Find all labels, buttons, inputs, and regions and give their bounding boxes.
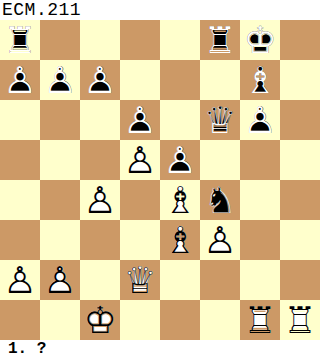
square-a8[interactable]: ♜♖ (0, 20, 40, 60)
white-king[interactable]: ♚♔ (80, 300, 120, 340)
square-a6[interactable] (0, 100, 40, 140)
piece-outline: ♗ (160, 180, 200, 220)
square-g8[interactable]: ♚♔ (240, 20, 280, 60)
black-pawn[interactable]: ♟♙ (40, 60, 80, 100)
square-a4[interactable] (0, 180, 40, 220)
piece-outline: ♗ (240, 60, 280, 100)
piece-outline: ♙ (120, 100, 160, 140)
square-g2[interactable] (240, 260, 280, 300)
square-g6[interactable]: ♟♙ (240, 100, 280, 140)
square-b5[interactable] (40, 140, 80, 180)
white-rook[interactable]: ♜♖ (280, 300, 320, 340)
piece-outline: ♕ (200, 100, 240, 140)
white-rook[interactable]: ♜♖ (240, 300, 280, 340)
black-king[interactable]: ♚♔ (240, 20, 280, 60)
square-f4[interactable]: ♞♘ (200, 180, 240, 220)
black-pawn[interactable]: ♟♙ (80, 60, 120, 100)
square-e1[interactable] (160, 300, 200, 340)
square-d4[interactable] (120, 180, 160, 220)
white-pawn[interactable]: ♟♙ (0, 260, 40, 300)
piece-outline: ♙ (40, 260, 80, 300)
piece-outline: ♙ (80, 180, 120, 220)
square-b1[interactable] (40, 300, 80, 340)
square-c5[interactable] (80, 140, 120, 180)
square-g4[interactable] (240, 180, 280, 220)
square-d7[interactable] (120, 60, 160, 100)
piece-outline: ♖ (200, 20, 240, 60)
square-h5[interactable] (280, 140, 320, 180)
piece-outline: ♙ (120, 140, 160, 180)
square-c4[interactable]: ♟♙ (80, 180, 120, 220)
square-b7[interactable]: ♟♙ (40, 60, 80, 100)
white-bishop[interactable]: ♝♗ (160, 180, 200, 220)
white-pawn[interactable]: ♟♙ (40, 260, 80, 300)
square-h2[interactable] (280, 260, 320, 300)
black-rook[interactable]: ♜♖ (200, 20, 240, 60)
square-e5[interactable]: ♟♙ (160, 140, 200, 180)
square-e6[interactable] (160, 100, 200, 140)
square-f2[interactable] (200, 260, 240, 300)
square-b3[interactable] (40, 220, 80, 260)
white-pawn[interactable]: ♟♙ (120, 140, 160, 180)
square-a7[interactable]: ♟♙ (0, 60, 40, 100)
square-g1[interactable]: ♜♖ (240, 300, 280, 340)
square-f6[interactable]: ♛♕ (200, 100, 240, 140)
square-d3[interactable] (120, 220, 160, 260)
square-c7[interactable]: ♟♙ (80, 60, 120, 100)
chess-diagram: ECM.211 ♜♖♜♖♚♔♟♙♟♙♟♙♝♗♟♙♛♕♟♙♟♙♟♙♟♙♝♗♞♘♝♗… (0, 0, 320, 360)
square-b2[interactable]: ♟♙ (40, 260, 80, 300)
black-bishop[interactable]: ♝♗ (240, 60, 280, 100)
square-g5[interactable] (240, 140, 280, 180)
square-e4[interactable]: ♝♗ (160, 180, 200, 220)
square-g3[interactable] (240, 220, 280, 260)
square-e7[interactable] (160, 60, 200, 100)
chess-board: ♜♖♜♖♚♔♟♙♟♙♟♙♝♗♟♙♛♕♟♙♟♙♟♙♟♙♝♗♞♘♝♗♟♙♟♙♟♙♛♕… (0, 20, 320, 340)
square-d5[interactable]: ♟♙ (120, 140, 160, 180)
piece-outline: ♖ (0, 20, 40, 60)
square-f3[interactable]: ♟♙ (200, 220, 240, 260)
piece-outline: ♘ (200, 180, 240, 220)
square-f1[interactable] (200, 300, 240, 340)
square-d2[interactable]: ♛♕ (120, 260, 160, 300)
square-f5[interactable] (200, 140, 240, 180)
square-g7[interactable]: ♝♗ (240, 60, 280, 100)
black-knight[interactable]: ♞♘ (200, 180, 240, 220)
piece-outline: ♖ (240, 300, 280, 340)
square-e8[interactable] (160, 20, 200, 60)
square-d1[interactable] (120, 300, 160, 340)
black-pawn[interactable]: ♟♙ (240, 100, 280, 140)
square-a5[interactable] (0, 140, 40, 180)
diagram-title: ECM.211 (0, 0, 320, 20)
piece-outline: ♕ (120, 260, 160, 300)
black-pawn[interactable]: ♟♙ (120, 100, 160, 140)
black-pawn[interactable]: ♟♙ (160, 140, 200, 180)
square-d6[interactable]: ♟♙ (120, 100, 160, 140)
square-a1[interactable] (0, 300, 40, 340)
square-f8[interactable]: ♜♖ (200, 20, 240, 60)
square-d8[interactable] (120, 20, 160, 60)
white-pawn[interactable]: ♟♙ (80, 180, 120, 220)
piece-outline: ♙ (160, 140, 200, 180)
square-h3[interactable] (280, 220, 320, 260)
square-b8[interactable] (40, 20, 80, 60)
white-pawn[interactable]: ♟♙ (200, 220, 240, 260)
piece-outline: ♙ (200, 220, 240, 260)
piece-outline: ♙ (80, 60, 120, 100)
black-queen[interactable]: ♛♕ (200, 100, 240, 140)
square-c6[interactable] (80, 100, 120, 140)
square-h8[interactable] (280, 20, 320, 60)
white-queen[interactable]: ♛♕ (120, 260, 160, 300)
black-pawn[interactable]: ♟♙ (0, 60, 40, 100)
square-a2[interactable]: ♟♙ (0, 260, 40, 300)
square-b6[interactable] (40, 100, 80, 140)
square-c3[interactable] (80, 220, 120, 260)
square-c8[interactable] (80, 20, 120, 60)
square-e2[interactable] (160, 260, 200, 300)
square-a3[interactable] (0, 220, 40, 260)
square-e3[interactable]: ♝♗ (160, 220, 200, 260)
piece-outline: ♙ (0, 60, 40, 100)
piece-outline: ♙ (240, 100, 280, 140)
square-b4[interactable] (40, 180, 80, 220)
square-h1[interactable]: ♜♖ (280, 300, 320, 340)
square-c1[interactable]: ♚♔ (80, 300, 120, 340)
square-f7[interactable] (200, 60, 240, 100)
piece-outline: ♖ (280, 300, 320, 340)
piece-outline: ♙ (0, 260, 40, 300)
piece-outline: ♗ (160, 220, 200, 260)
white-bishop[interactable]: ♝♗ (160, 220, 200, 260)
piece-outline: ♙ (40, 60, 80, 100)
square-h7[interactable] (280, 60, 320, 100)
square-h6[interactable] (280, 100, 320, 140)
square-c2[interactable] (80, 260, 120, 300)
piece-outline: ♔ (240, 20, 280, 60)
black-rook[interactable]: ♜♖ (0, 20, 40, 60)
move-prompt: 1. ? (0, 340, 320, 360)
square-h4[interactable] (280, 180, 320, 220)
piece-outline: ♔ (80, 300, 120, 340)
